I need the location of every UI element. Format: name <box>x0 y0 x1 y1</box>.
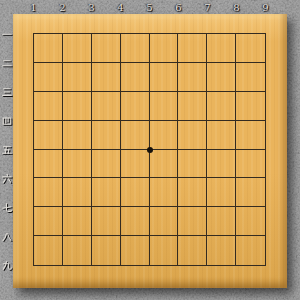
goban[interactable] <box>13 14 287 288</box>
board-cell[interactable] <box>207 207 236 236</box>
board-cell[interactable] <box>121 63 150 92</box>
board-cell[interactable] <box>121 121 150 150</box>
board-cell[interactable] <box>207 63 236 92</box>
board-cell[interactable] <box>63 63 92 92</box>
rank-label-7 <box>0 201 13 214</box>
board-cell[interactable] <box>150 34 179 63</box>
board-cell[interactable] <box>63 92 92 121</box>
board-cell[interactable] <box>207 92 236 121</box>
board-cell[interactable] <box>150 178 179 207</box>
rank-label-1 <box>0 27 13 40</box>
board-cell[interactable] <box>178 63 207 92</box>
board-cell[interactable] <box>92 207 121 236</box>
board-cell[interactable] <box>150 207 179 236</box>
board-cell[interactable] <box>150 63 179 92</box>
board-cell[interactable] <box>150 92 179 121</box>
board-cell[interactable] <box>63 207 92 236</box>
rank-label-6 <box>0 172 13 185</box>
board-cell[interactable] <box>207 150 236 179</box>
board-cell[interactable] <box>121 178 150 207</box>
board-cell[interactable] <box>34 34 63 63</box>
file-label-2: 2 <box>56 0 69 14</box>
board-cell[interactable] <box>178 178 207 207</box>
file-label-1: 1 <box>27 0 40 14</box>
board-cell[interactable] <box>92 236 121 265</box>
board-cell[interactable] <box>92 34 121 63</box>
board-cell[interactable] <box>236 63 265 92</box>
board-cell[interactable] <box>236 150 265 179</box>
board-cell[interactable] <box>236 207 265 236</box>
board-cell[interactable] <box>178 236 207 265</box>
file-label-9: 9 <box>259 0 272 14</box>
board-cell[interactable] <box>178 207 207 236</box>
board-cell[interactable] <box>207 236 236 265</box>
board-cell[interactable] <box>63 34 92 63</box>
board-cell[interactable] <box>63 178 92 207</box>
file-label-8: 8 <box>230 0 243 14</box>
board-cell[interactable] <box>34 207 63 236</box>
board-cell[interactable] <box>178 121 207 150</box>
board-cell[interactable] <box>178 150 207 179</box>
board-cell[interactable] <box>236 236 265 265</box>
board-cell[interactable] <box>34 121 63 150</box>
rank-label-2 <box>0 56 13 69</box>
board-cell[interactable] <box>178 92 207 121</box>
board-cell[interactable] <box>207 34 236 63</box>
star-point-tengen <box>147 147 153 153</box>
board-cell[interactable] <box>92 121 121 150</box>
board-cell[interactable] <box>34 92 63 121</box>
board-cell[interactable] <box>236 178 265 207</box>
board-cell[interactable] <box>121 150 150 179</box>
file-label-4: 4 <box>114 0 127 14</box>
board-cell[interactable] <box>236 121 265 150</box>
board-cell[interactable] <box>178 34 207 63</box>
rank-label-4 <box>0 114 13 127</box>
board-cell[interactable] <box>92 150 121 179</box>
board-cell[interactable] <box>121 92 150 121</box>
file-label-7: 7 <box>201 0 214 14</box>
board-cell[interactable] <box>236 92 265 121</box>
board-cell[interactable] <box>63 150 92 179</box>
board-cell[interactable] <box>34 63 63 92</box>
board-cell[interactable] <box>34 178 63 207</box>
board-cell[interactable] <box>121 236 150 265</box>
board-cell[interactable] <box>150 150 179 179</box>
board-cell[interactable] <box>92 178 121 207</box>
rank-label-9 <box>0 259 13 272</box>
rank-label-3 <box>0 85 13 98</box>
board-cell[interactable] <box>92 92 121 121</box>
rank-label-8 <box>0 230 13 243</box>
board-cell[interactable] <box>236 34 265 63</box>
board-cell[interactable] <box>63 236 92 265</box>
rank-label-5 <box>0 143 13 156</box>
board-cell[interactable] <box>121 207 150 236</box>
board-cell[interactable] <box>34 236 63 265</box>
board-cell[interactable] <box>207 178 236 207</box>
file-label-5: 5 <box>143 0 156 14</box>
board-cell[interactable] <box>207 121 236 150</box>
board-cell[interactable] <box>121 34 150 63</box>
board-cell[interactable] <box>150 121 179 150</box>
board-cell[interactable] <box>150 236 179 265</box>
file-label-6: 6 <box>172 0 185 14</box>
file-label-3: 3 <box>85 0 98 14</box>
board-cell[interactable] <box>92 63 121 92</box>
board-cell[interactable] <box>34 150 63 179</box>
file-coordinates: 123456789 <box>27 0 272 14</box>
board-cell[interactable] <box>63 121 92 150</box>
rank-coordinates <box>0 27 13 272</box>
